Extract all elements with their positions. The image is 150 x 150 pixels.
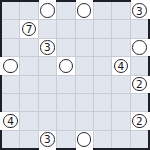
cell-r4c6[interactable] — [94, 57, 111, 74]
cell-r7c3[interactable] — [39, 112, 56, 129]
empty-circle-clue — [3, 59, 18, 74]
cell-r7c5[interactable] — [76, 112, 93, 129]
number-circle-clue: 2 — [132, 114, 147, 129]
cell-r1c4[interactable] — [57, 2, 74, 19]
cell-r3c2[interactable] — [20, 39, 37, 56]
cell-r2c3[interactable] — [39, 20, 56, 37]
cell-r3c5[interactable] — [76, 39, 93, 56]
cell-r2c7[interactable] — [112, 20, 129, 37]
number-circle-clue: 4 — [3, 114, 18, 129]
cell-r8c8[interactable] — [131, 131, 148, 148]
cell-r8c7[interactable] — [112, 131, 129, 148]
cell-r3c7[interactable] — [112, 39, 129, 56]
cell-r6c5[interactable] — [76, 94, 93, 111]
number-circle-clue: 3 — [40, 40, 55, 55]
cell-r6c4[interactable] — [57, 94, 74, 111]
cell-r4c8[interactable] — [131, 57, 148, 74]
cell-r8c3[interactable]: 3 — [39, 131, 56, 148]
cell-r4c7[interactable]: 4 — [112, 57, 129, 74]
cell-r8c2[interactable] — [20, 131, 37, 148]
cell-r1c5[interactable] — [76, 2, 93, 19]
cell-r1c6[interactable] — [94, 2, 111, 19]
cell-r1c2[interactable] — [20, 2, 37, 19]
number-circle-clue: 3 — [40, 132, 55, 147]
cell-r7c1[interactable]: 4 — [2, 112, 19, 129]
cell-r3c3[interactable]: 3 — [39, 39, 56, 56]
cell-r5c5[interactable] — [76, 76, 93, 93]
puzzle-grid: 37342423 — [2, 2, 148, 148]
cell-r3c1[interactable] — [2, 39, 19, 56]
empty-circle-clue — [40, 3, 55, 18]
cell-r5c6[interactable] — [94, 76, 111, 93]
cell-r4c1[interactable] — [2, 57, 19, 74]
cell-r5c1[interactable] — [2, 76, 19, 93]
cell-r8c5[interactable] — [76, 131, 93, 148]
cell-r5c7[interactable] — [112, 76, 129, 93]
cell-r2c4[interactable] — [57, 20, 74, 37]
cell-r1c3[interactable] — [39, 2, 56, 19]
cell-r7c7[interactable] — [112, 112, 129, 129]
empty-circle-clue — [59, 59, 74, 74]
cell-r5c4[interactable] — [57, 76, 74, 93]
cell-r8c6[interactable] — [94, 131, 111, 148]
cell-r7c8[interactable]: 2 — [131, 112, 148, 129]
number-circle-clue: 4 — [114, 59, 129, 74]
cell-r3c4[interactable] — [57, 39, 74, 56]
cell-r3c6[interactable] — [94, 39, 111, 56]
cell-r6c1[interactable] — [2, 94, 19, 111]
cell-r8c4[interactable] — [57, 131, 74, 148]
cell-r6c8[interactable] — [131, 94, 148, 111]
puzzle-board: 37342423 — [0, 0, 150, 150]
cell-r4c3[interactable] — [39, 57, 56, 74]
cell-r2c8[interactable] — [131, 20, 148, 37]
cell-r7c4[interactable] — [57, 112, 74, 129]
cell-r1c7[interactable] — [112, 2, 129, 19]
number-circle-clue: 7 — [22, 22, 37, 37]
cell-r4c5[interactable] — [76, 57, 93, 74]
cell-r7c2[interactable] — [20, 112, 37, 129]
number-circle-clue: 2 — [132, 77, 147, 92]
cell-r5c8[interactable]: 2 — [131, 76, 148, 93]
cell-r5c2[interactable] — [20, 76, 37, 93]
empty-circle-clue — [132, 40, 147, 55]
cell-r2c6[interactable] — [94, 20, 111, 37]
cell-r6c3[interactable] — [39, 94, 56, 111]
cell-r4c2[interactable] — [20, 57, 37, 74]
cell-r1c1[interactable] — [2, 2, 19, 19]
cell-r6c6[interactable] — [94, 94, 111, 111]
empty-circle-clue — [77, 132, 92, 147]
cell-r4c4[interactable] — [57, 57, 74, 74]
cell-r2c2[interactable]: 7 — [20, 20, 37, 37]
cell-r8c1[interactable] — [2, 131, 19, 148]
number-circle-clue: 3 — [132, 3, 147, 18]
cell-r6c7[interactable] — [112, 94, 129, 111]
cell-r6c2[interactable] — [20, 94, 37, 111]
cell-r2c1[interactable] — [2, 20, 19, 37]
empty-circle-clue — [77, 3, 92, 18]
cell-r2c5[interactable] — [76, 20, 93, 37]
cell-r1c8[interactable]: 3 — [131, 2, 148, 19]
cell-r5c3[interactable] — [39, 76, 56, 93]
cell-r3c8[interactable] — [131, 39, 148, 56]
cell-r7c6[interactable] — [94, 112, 111, 129]
